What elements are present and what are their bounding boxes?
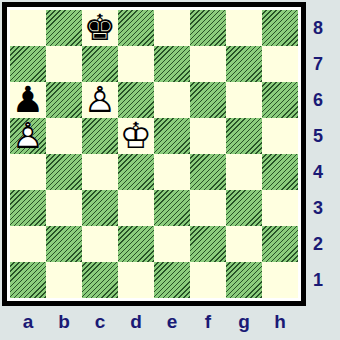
square-d4[interactable] [118,154,154,190]
black-pawn-glyph: ♟ [10,82,46,118]
rank-label-4: 4 [304,154,332,190]
white-king[interactable]: ♚♔ [118,118,154,154]
square-c7[interactable] [82,46,118,82]
square-a2[interactable] [10,226,46,262]
square-f3[interactable] [190,190,226,226]
square-g8[interactable] [226,10,262,46]
square-f2[interactable] [190,226,226,262]
square-f8[interactable] [190,10,226,46]
square-h8[interactable] [262,10,298,46]
square-e8[interactable] [154,10,190,46]
square-b1[interactable] [46,262,82,298]
rank-label-2: 2 [304,226,332,262]
square-g5[interactable] [226,118,262,154]
black-king[interactable]: ♚ [82,10,118,46]
white-king-glyph: ♚ [118,118,154,154]
white-king-outline-glyph: ♔ [118,118,154,154]
rank-label-7: 7 [304,46,332,82]
file-label-d: d [118,306,154,338]
rank-label-1: 1 [304,262,332,298]
square-h6[interactable] [262,82,298,118]
rank-label-8: 8 [304,10,332,46]
square-h3[interactable] [262,190,298,226]
chess-diagram: ♚♟♟♙♟♙♚♔ 87654321 abcdefgh [0,0,340,340]
square-e7[interactable] [154,46,190,82]
black-pawn[interactable]: ♟ [10,82,46,118]
square-d8[interactable] [118,10,154,46]
rank-label-3: 3 [304,190,332,226]
square-b5[interactable] [46,118,82,154]
square-g7[interactable] [226,46,262,82]
square-g4[interactable] [226,154,262,190]
square-a8[interactable] [10,10,46,46]
file-label-e: e [154,306,190,338]
square-d1[interactable] [118,262,154,298]
square-a5[interactable]: ♟♙ [10,118,46,154]
square-c4[interactable] [82,154,118,190]
square-b4[interactable] [46,154,82,190]
square-h1[interactable] [262,262,298,298]
square-h5[interactable] [262,118,298,154]
file-label-b: b [46,306,82,338]
white-pawn-glyph: ♟ [82,82,118,118]
white-pawn-outline-glyph: ♙ [82,82,118,118]
square-c3[interactable] [82,190,118,226]
square-c5[interactable] [82,118,118,154]
rank-label-5: 5 [304,118,332,154]
square-d5[interactable]: ♚♔ [118,118,154,154]
square-c8[interactable]: ♚ [82,10,118,46]
square-c1[interactable] [82,262,118,298]
square-c6[interactable]: ♟♙ [82,82,118,118]
square-e4[interactable] [154,154,190,190]
square-d7[interactable] [118,46,154,82]
rank-labels: 87654321 [304,10,332,298]
chess-board: ♚♟♟♙♟♙♚♔ [10,10,298,298]
square-g2[interactable] [226,226,262,262]
square-h4[interactable] [262,154,298,190]
square-g3[interactable] [226,190,262,226]
chess-board-frame: ♚♟♟♙♟♙♚♔ [2,2,306,306]
square-h2[interactable] [262,226,298,262]
square-b3[interactable] [46,190,82,226]
square-h7[interactable] [262,46,298,82]
square-a1[interactable] [10,262,46,298]
square-e2[interactable] [154,226,190,262]
square-b2[interactable] [46,226,82,262]
white-pawn[interactable]: ♟♙ [82,82,118,118]
file-label-a: a [10,306,46,338]
square-f4[interactable] [190,154,226,190]
square-a4[interactable] [10,154,46,190]
square-b7[interactable] [46,46,82,82]
square-e3[interactable] [154,190,190,226]
square-f7[interactable] [190,46,226,82]
white-pawn[interactable]: ♟♙ [10,118,46,154]
square-d6[interactable] [118,82,154,118]
square-d2[interactable] [118,226,154,262]
white-pawn-glyph: ♟ [10,118,46,154]
black-king-glyph: ♚ [82,10,118,46]
square-g6[interactable] [226,82,262,118]
square-f1[interactable] [190,262,226,298]
square-a3[interactable] [10,190,46,226]
square-b8[interactable] [46,10,82,46]
square-e1[interactable] [154,262,190,298]
white-pawn-outline-glyph: ♙ [10,118,46,154]
square-g1[interactable] [226,262,262,298]
file-label-f: f [190,306,226,338]
square-f6[interactable] [190,82,226,118]
square-e5[interactable] [154,118,190,154]
square-a7[interactable] [10,46,46,82]
square-a6[interactable]: ♟ [10,82,46,118]
file-label-h: h [262,306,298,338]
file-labels: abcdefgh [10,306,298,338]
square-f5[interactable] [190,118,226,154]
file-label-g: g [226,306,262,338]
file-label-c: c [82,306,118,338]
square-d3[interactable] [118,190,154,226]
square-c2[interactable] [82,226,118,262]
square-e6[interactable] [154,82,190,118]
square-b6[interactable] [46,82,82,118]
rank-label-6: 6 [304,82,332,118]
